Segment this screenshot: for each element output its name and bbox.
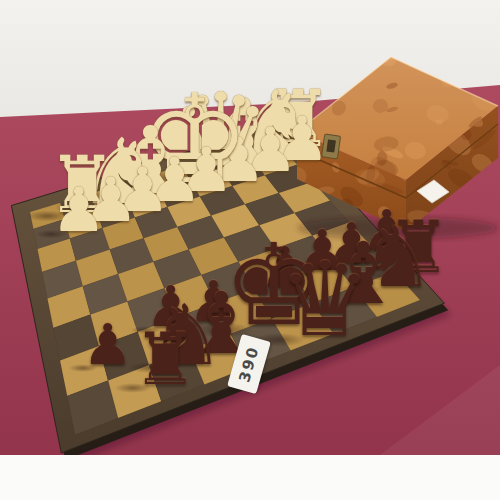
bottom-border <box>0 455 500 500</box>
lot-number: 390 <box>235 344 263 385</box>
photo-of-chess-set: ♜♞♟♝♟♛♟♚♟♝♟♞♟♜♟♟♟♟♟♜♞♟♝♟♟♚♛♝♞♟♜ 390 <box>0 0 500 500</box>
box-latch <box>322 134 341 159</box>
scene-svg <box>0 0 500 500</box>
